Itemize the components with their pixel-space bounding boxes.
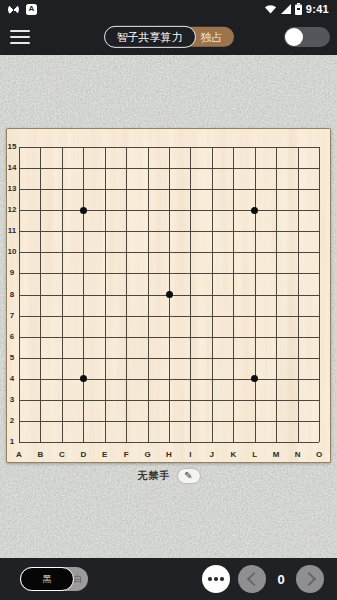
board-cell[interactable] (73, 136, 94, 157)
board-cell[interactable] (308, 263, 329, 284)
board-cell[interactable] (73, 263, 94, 284)
board-cell[interactable] (73, 284, 94, 305)
board-cell[interactable] (137, 284, 158, 305)
board-cell[interactable] (51, 431, 72, 452)
board-cell[interactable] (8, 284, 29, 305)
board-cell[interactable] (180, 284, 201, 305)
battery-icon (295, 3, 302, 15)
rule-row: 无禁手 ✎ (0, 467, 337, 485)
board-cell[interactable] (115, 242, 136, 263)
board-cell[interactable] (73, 305, 94, 326)
board-cell[interactable] (201, 368, 222, 389)
board-cell[interactable] (158, 221, 179, 242)
board-cell[interactable] (180, 431, 201, 452)
board-cell[interactable] (30, 410, 51, 431)
board-cell[interactable] (115, 263, 136, 284)
board-cell[interactable] (244, 158, 265, 179)
board-cell[interactable] (180, 136, 201, 157)
board-cell[interactable] (201, 200, 222, 221)
board-cell[interactable] (94, 368, 115, 389)
previous-move-button[interactable] (238, 565, 266, 593)
board-cell[interactable] (265, 347, 286, 368)
board-cell[interactable] (244, 389, 265, 410)
board-cell[interactable] (308, 158, 329, 179)
board-cell[interactable] (158, 326, 179, 347)
board-cell[interactable] (30, 284, 51, 305)
board-cell[interactable] (30, 221, 51, 242)
chevron-left-icon (246, 572, 260, 586)
board-cell[interactable] (158, 410, 179, 431)
board-cell[interactable] (115, 200, 136, 221)
board-cell[interactable] (180, 242, 201, 263)
board-cell[interactable] (308, 431, 329, 452)
board-cell[interactable] (201, 347, 222, 368)
board-cell[interactable] (265, 136, 286, 157)
bottom-bar: 白 黑 0 (0, 558, 337, 600)
board-cell[interactable] (180, 221, 201, 242)
board-cells (8, 136, 329, 452)
edit-rule-button[interactable]: ✎ (178, 469, 200, 483)
board-cell[interactable] (137, 389, 158, 410)
board-cell[interactable] (265, 326, 286, 347)
board-cell[interactable] (223, 179, 244, 200)
board-cell[interactable] (73, 410, 94, 431)
board-cell[interactable] (244, 221, 265, 242)
board-cell[interactable] (223, 389, 244, 410)
board-cell[interactable] (180, 158, 201, 179)
move-controls: 0 (202, 565, 324, 593)
board-cell[interactable] (30, 305, 51, 326)
board-cell[interactable] (137, 200, 158, 221)
board-cell[interactable] (244, 136, 265, 157)
compute-mode-segmented-control: 智子共享算力 独占 (104, 25, 234, 47)
board-cell[interactable] (223, 263, 244, 284)
board-cell[interactable] (201, 136, 222, 157)
board-cell[interactable] (8, 431, 29, 452)
board-cell[interactable] (137, 368, 158, 389)
board-cell[interactable] (223, 431, 244, 452)
board-cell[interactable] (137, 221, 158, 242)
board-cell[interactable] (8, 389, 29, 410)
board-cell[interactable] (265, 431, 286, 452)
board-cell[interactable] (137, 410, 158, 431)
board-cell[interactable] (287, 158, 308, 179)
board-cell[interactable] (137, 242, 158, 263)
board-cell[interactable] (8, 326, 29, 347)
board-cell[interactable] (30, 136, 51, 157)
board-cell[interactable] (94, 221, 115, 242)
board-cell[interactable] (308, 326, 329, 347)
board-cell[interactable] (51, 158, 72, 179)
board-cell[interactable] (158, 431, 179, 452)
power-toggle-knob (285, 28, 303, 46)
board-cell[interactable] (73, 347, 94, 368)
menu-icon[interactable] (10, 30, 30, 44)
board-cell[interactable] (244, 368, 265, 389)
status-bar: A 9:41 (0, 0, 337, 18)
board-cell[interactable] (137, 158, 158, 179)
board-cell[interactable] (94, 410, 115, 431)
board-cell[interactable] (201, 242, 222, 263)
board-cell[interactable] (30, 158, 51, 179)
status-indicators: 9:41 (264, 3, 329, 15)
more-options-button[interactable] (202, 565, 230, 593)
board-cell[interactable] (8, 242, 29, 263)
board-cell[interactable] (8, 347, 29, 368)
letter-a-app-icon: A (26, 4, 37, 15)
board-cell[interactable] (115, 389, 136, 410)
side-toggle-thumb: 黑 (20, 567, 74, 591)
board-cell[interactable] (201, 179, 222, 200)
board-cell[interactable] (308, 284, 329, 305)
board-cell[interactable] (158, 368, 179, 389)
board-cell[interactable] (308, 221, 329, 242)
board-cell[interactable] (265, 263, 286, 284)
board-cell[interactable] (244, 200, 265, 221)
board-cell[interactable] (265, 305, 286, 326)
board-cell[interactable] (94, 347, 115, 368)
board-cell[interactable] (137, 179, 158, 200)
board-cell[interactable] (180, 200, 201, 221)
pencil-icon: ✎ (184, 471, 192, 481)
board-cell[interactable] (265, 410, 286, 431)
board-cell[interactable] (8, 305, 29, 326)
board-cell[interactable] (73, 431, 94, 452)
board-cell[interactable] (8, 158, 29, 179)
board-cell[interactable] (201, 431, 222, 452)
board-cell[interactable] (287, 284, 308, 305)
white-side-label: 白 (74, 573, 83, 586)
board-cell[interactable] (115, 347, 136, 368)
board-cell[interactable] (8, 263, 29, 284)
board-cell[interactable] (158, 242, 179, 263)
board-cell[interactable] (180, 410, 201, 431)
board-cell[interactable] (244, 242, 265, 263)
board-cell[interactable] (308, 200, 329, 221)
board-cell[interactable] (73, 242, 94, 263)
board-cell[interactable] (51, 284, 72, 305)
chevron-right-icon (301, 572, 315, 586)
board-cell[interactable] (201, 263, 222, 284)
board-cell[interactable] (8, 410, 29, 431)
board-cell[interactable] (94, 158, 115, 179)
board-cell[interactable] (287, 221, 308, 242)
board-cell[interactable] (158, 179, 179, 200)
app-screen: A 9:41 智子共享算力 独占 (0, 0, 337, 600)
notification-icons: A (8, 4, 264, 15)
board-cell[interactable] (51, 326, 72, 347)
board-cell[interactable] (287, 347, 308, 368)
board-cell[interactable] (73, 326, 94, 347)
board-cell[interactable] (287, 179, 308, 200)
clock: 9:41 (306, 3, 329, 15)
board-cell[interactable] (115, 305, 136, 326)
board-cell[interactable] (180, 263, 201, 284)
board-cell[interactable] (265, 179, 286, 200)
board-cell[interactable] (73, 221, 94, 242)
board-cell[interactable] (287, 368, 308, 389)
board-cell[interactable] (265, 284, 286, 305)
board-cell[interactable] (308, 368, 329, 389)
board-cell[interactable] (51, 347, 72, 368)
board-cell[interactable] (115, 326, 136, 347)
board-cell[interactable] (308, 410, 329, 431)
black-side-label: 黑 (43, 575, 52, 584)
board-cell[interactable] (94, 431, 115, 452)
board-cell[interactable] (8, 179, 29, 200)
board-cell[interactable] (137, 305, 158, 326)
board-cell[interactable] (244, 410, 265, 431)
board-cell[interactable] (223, 410, 244, 431)
board-cell[interactable] (265, 200, 286, 221)
shared-compute-button[interactable]: 智子共享算力 (104, 25, 196, 47)
board-cell[interactable] (244, 431, 265, 452)
board-cell[interactable] (180, 305, 201, 326)
board-cell[interactable] (244, 347, 265, 368)
board-cell[interactable] (287, 305, 308, 326)
board-cell[interactable] (137, 263, 158, 284)
board-cell[interactable] (94, 136, 115, 157)
board-cell[interactable] (73, 200, 94, 221)
board-cell[interactable] (94, 263, 115, 284)
board-cell[interactable] (180, 347, 201, 368)
board-cell[interactable] (51, 221, 72, 242)
board-cell[interactable] (137, 136, 158, 157)
board-cell[interactable] (30, 347, 51, 368)
board-cell[interactable] (308, 136, 329, 157)
board-cell[interactable] (94, 326, 115, 347)
board-cell[interactable] (223, 368, 244, 389)
board-cell[interactable] (115, 179, 136, 200)
board-cell[interactable] (158, 158, 179, 179)
board-cell[interactable] (265, 158, 286, 179)
board-cell[interactable] (94, 179, 115, 200)
gomoku-board: 15A14B13C12D11E10F9G8H7I6J5K4L3M2N1O (6, 128, 331, 463)
board-cell[interactable] (223, 158, 244, 179)
cell-signal-icon (281, 4, 291, 14)
board-cell[interactable] (8, 368, 29, 389)
board-cell[interactable] (287, 136, 308, 157)
board-cell[interactable] (51, 305, 72, 326)
board-cell[interactable] (51, 179, 72, 200)
board-cell[interactable] (265, 368, 286, 389)
board-cell[interactable] (180, 179, 201, 200)
board-cell[interactable] (201, 305, 222, 326)
board-cell[interactable] (287, 242, 308, 263)
board-cell[interactable] (137, 347, 158, 368)
board-cell[interactable] (244, 326, 265, 347)
board-cell[interactable] (201, 389, 222, 410)
board-cell[interactable] (30, 368, 51, 389)
board-cell[interactable] (94, 305, 115, 326)
board-cell[interactable] (158, 284, 179, 305)
pinwheel-app-icon (8, 4, 19, 15)
more-options-icon (208, 577, 212, 581)
board-cell[interactable] (8, 221, 29, 242)
next-move-button[interactable] (296, 565, 324, 593)
power-toggle[interactable] (284, 27, 330, 47)
board-cell[interactable] (201, 284, 222, 305)
board-cell[interactable] (201, 410, 222, 431)
board-cell[interactable] (244, 305, 265, 326)
board-cell[interactable] (94, 242, 115, 263)
board-cell[interactable] (223, 221, 244, 242)
board-cell[interactable] (223, 347, 244, 368)
board-cell[interactable] (308, 179, 329, 200)
board-cell[interactable] (115, 221, 136, 242)
board-cell[interactable] (308, 305, 329, 326)
header-bar: 智子共享算力 独占 (0, 18, 337, 55)
board-cell[interactable] (265, 221, 286, 242)
board-cell[interactable] (244, 179, 265, 200)
board-cell[interactable] (51, 200, 72, 221)
board-cell[interactable] (73, 179, 94, 200)
board-cell[interactable] (265, 242, 286, 263)
board-cell[interactable] (94, 389, 115, 410)
board-cell[interactable] (223, 305, 244, 326)
board-cell[interactable] (287, 326, 308, 347)
board-cell[interactable] (51, 389, 72, 410)
board-cell[interactable] (180, 326, 201, 347)
move-counter: 0 (274, 572, 288, 587)
board-cell[interactable] (201, 158, 222, 179)
board-cell[interactable] (308, 389, 329, 410)
board-cell[interactable] (223, 200, 244, 221)
rule-label: 无禁手 (138, 469, 171, 483)
board-cell[interactable] (30, 431, 51, 452)
board-cell[interactable] (244, 263, 265, 284)
board-cell[interactable] (158, 136, 179, 157)
board-cell[interactable] (137, 431, 158, 452)
board-cell[interactable] (51, 136, 72, 157)
board-cell[interactable] (94, 284, 115, 305)
board-cell[interactable] (287, 431, 308, 452)
board-cell[interactable] (51, 242, 72, 263)
board-cell[interactable] (223, 136, 244, 157)
board-cell[interactable] (158, 389, 179, 410)
board-cell[interactable] (223, 284, 244, 305)
board-cell[interactable] (287, 389, 308, 410)
board-cell[interactable] (73, 158, 94, 179)
board-cell[interactable] (287, 263, 308, 284)
board-cell[interactable] (158, 200, 179, 221)
board-cell[interactable] (223, 326, 244, 347)
board-cell[interactable] (30, 200, 51, 221)
board-cell[interactable] (51, 263, 72, 284)
board-cell[interactable] (30, 242, 51, 263)
wifi-icon (264, 4, 277, 14)
board-cell[interactable] (201, 221, 222, 242)
side-select-toggle[interactable]: 白 黑 (20, 567, 88, 591)
board-cell[interactable] (51, 368, 72, 389)
board-cell[interactable] (8, 200, 29, 221)
board-cell[interactable] (115, 158, 136, 179)
board-cell[interactable] (287, 410, 308, 431)
board-cell[interactable] (115, 410, 136, 431)
board-cell[interactable] (265, 389, 286, 410)
board-cell[interactable] (158, 347, 179, 368)
board-cell[interactable] (115, 431, 136, 452)
board-cell[interactable] (94, 200, 115, 221)
board-cell[interactable] (8, 136, 29, 157)
board-cell[interactable] (30, 389, 51, 410)
board-cell[interactable] (30, 326, 51, 347)
board-cell[interactable] (180, 389, 201, 410)
board-cell[interactable] (115, 368, 136, 389)
board-cell[interactable] (137, 326, 158, 347)
board-cell[interactable] (308, 242, 329, 263)
board-cell[interactable] (223, 242, 244, 263)
board-cell[interactable] (180, 368, 201, 389)
board-cell[interactable] (244, 284, 265, 305)
board-cell[interactable] (158, 305, 179, 326)
board-cell[interactable] (115, 284, 136, 305)
board-cell[interactable] (287, 200, 308, 221)
board-cell[interactable] (115, 136, 136, 157)
board-cell[interactable] (73, 368, 94, 389)
board-cell[interactable] (73, 389, 94, 410)
board-cell[interactable] (30, 179, 51, 200)
board-cell[interactable] (158, 263, 179, 284)
board-cell[interactable] (201, 326, 222, 347)
board-cell[interactable] (51, 410, 72, 431)
board-cell[interactable] (308, 347, 329, 368)
board-cell[interactable] (30, 263, 51, 284)
